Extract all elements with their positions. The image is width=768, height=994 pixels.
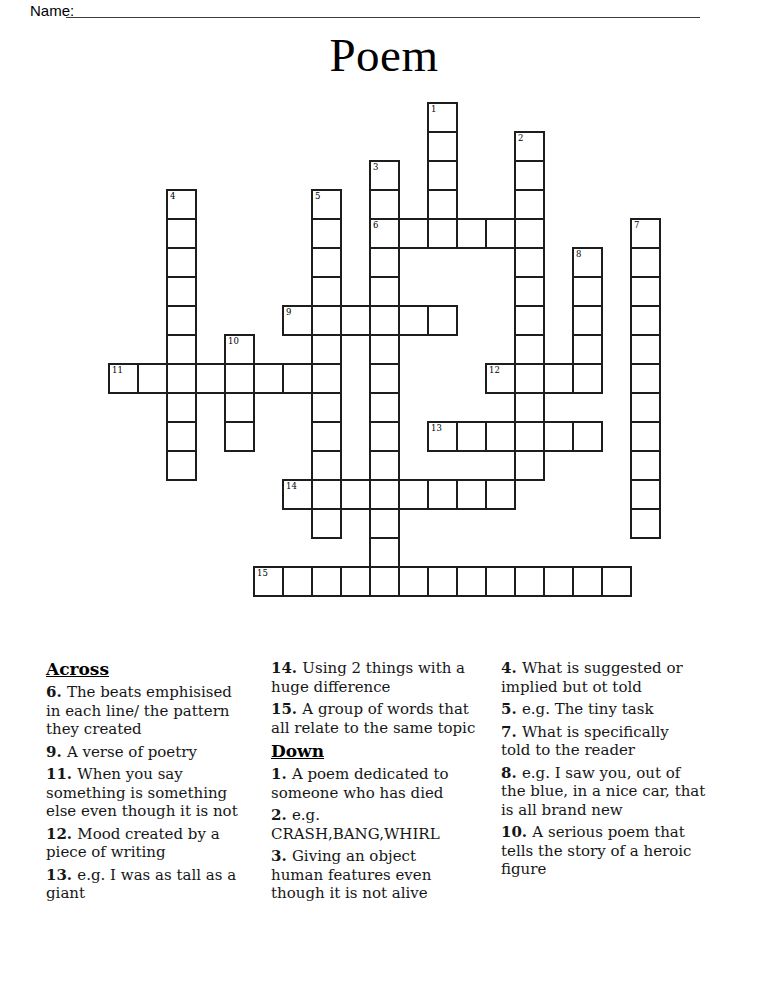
grid-cell-r12c14[interactable] [514,450,545,481]
grid-cell-r2c14[interactable] [514,160,545,191]
clue-down-8: 8. e.g. I saw you, out of the blue, in a… [501,764,741,820]
grid-cell-r4c14[interactable] [514,218,545,249]
grid-cell-r7c9[interactable] [369,305,400,336]
clue-number: 8. [501,764,522,782]
grid-cell-r4c11[interactable] [427,218,458,249]
grid-cell-r9c13[interactable]: 12 [485,363,516,394]
cell-number-1: 1 [431,104,436,114]
grid-cell-r5c7[interactable] [311,247,342,278]
grid-cell-r13c11[interactable] [427,479,458,510]
grid-cell-r5c14[interactable] [514,247,545,278]
clue-text: e.g. CRASH,BANG,WHIRL [271,806,440,843]
grid-cell-r11c16[interactable] [572,421,603,452]
grid-cell-r2c11[interactable] [427,160,458,191]
clue-column-2: 14. Using 2 things with a huge differenc… [271,659,499,907]
grid-cell-r7c10[interactable] [398,305,429,336]
clue-down-10: 10. A serious poem that tells the story … [501,823,741,879]
grid-cell-r13c13[interactable] [485,479,516,510]
grid-cell-r0c11[interactable]: 1 [427,102,458,133]
clue-number: 12. [46,825,77,843]
clue-across-14: 14. Using 2 things with a huge differenc… [271,659,499,696]
clue-down-5: 5. e.g. The tiny task [501,700,741,719]
cell-number-12: 12 [489,365,500,375]
clue-number: 6. [46,683,67,701]
grid-cell-r9c4[interactable] [224,363,255,394]
grid-cell-r13c7[interactable] [311,479,342,510]
grid-cell-r10c4[interactable] [224,392,255,423]
clue-text: e.g. I saw you, out of the blue, in a ni… [501,764,705,819]
clue-text: A group of words that all relate to the … [271,700,475,737]
grid-cell-r8c9[interactable] [369,334,400,365]
grid-cell-r5c9[interactable] [369,247,400,278]
grid-cell-r6c14[interactable] [514,276,545,307]
clue-text: A verse of poetry [67,743,197,761]
grid-cell-r12c2[interactable] [166,450,197,481]
cell-number-11: 11 [112,365,123,375]
grid-cell-r6c9[interactable] [369,276,400,307]
grid-cell-r7c11[interactable] [427,305,458,336]
grid-cell-r11c11[interactable]: 13 [427,421,458,452]
cell-number-5: 5 [315,191,320,201]
grid-cell-r5c2[interactable] [166,247,197,278]
grid-cell-r7c16[interactable] [572,305,603,336]
grid-cell-r6c18[interactable] [630,276,661,307]
grid-cell-r11c14[interactable] [514,421,545,452]
grid-cell-r12c7[interactable] [311,450,342,481]
clue-number: 2. [271,806,292,824]
cell-number-9: 9 [286,307,291,317]
grid-cell-r10c7[interactable] [311,392,342,423]
grid-cell-r10c14[interactable] [514,392,545,423]
clue-number: 10. [501,823,532,841]
clue-across-6: 6. The beats emphisised in each line/ th… [46,683,271,739]
grid-cell-r9c18[interactable] [630,363,661,394]
grid-cell-r13c10[interactable] [398,479,429,510]
grid-cell-r13c9[interactable] [369,479,400,510]
clue-text: What is suggested or implied but ot told [501,659,683,696]
grid-cell-r10c18[interactable] [630,392,661,423]
puzzle-title: Poem [0,28,768,82]
grid-cell-r9c9[interactable] [369,363,400,394]
grid-cell-r9c5[interactable] [253,363,284,394]
grid-cell-r16c17[interactable] [601,566,632,597]
grid-cell-r7c18[interactable] [630,305,661,336]
grid-cell-r11c9[interactable] [369,421,400,452]
grid-cell-r1c11[interactable] [427,131,458,162]
grid-cell-r11c15[interactable] [543,421,574,452]
grid-cell-r11c12[interactable] [456,421,487,452]
grid-cell-r6c7[interactable] [311,276,342,307]
grid-cell-r11c18[interactable] [630,421,661,452]
clue-across-9: 9. A verse of poetry [46,743,271,762]
clue-across-11: 11. When you say something is something … [46,765,271,821]
grid-cell-r11c13[interactable] [485,421,516,452]
grid-cell-r13c18[interactable] [630,479,661,510]
clue-across-15: 15. A group of words that all relate to … [271,700,499,737]
clue-text: Giving an object human features even tho… [271,847,431,902]
grid-cell-r13c6[interactable]: 14 [282,479,313,510]
grid-cell-r13c8[interactable] [340,479,371,510]
grid-cell-r4c12[interactable] [456,218,487,249]
grid-cell-r8c14[interactable] [514,334,545,365]
clue-number: 13. [46,866,77,884]
grid-cell-r7c7[interactable] [311,305,342,336]
grid-cell-r13c12[interactable] [456,479,487,510]
grid-cell-r12c9[interactable] [369,450,400,481]
clue-number: 7. [501,723,522,741]
grid-cell-r8c16[interactable] [572,334,603,365]
grid-cell-r3c2[interactable]: 4 [166,189,197,220]
grid-cell-r16c14[interactable] [514,566,545,597]
grid-cell-r16c5[interactable]: 15 [253,566,284,597]
grid-cell-r9c14[interactable] [514,363,545,394]
grid-cell-r4c9[interactable]: 6 [369,218,400,249]
grid-cell-r1c14[interactable]: 2 [514,131,545,162]
grid-cell-r8c18[interactable] [630,334,661,365]
grid-cell-r11c7[interactable] [311,421,342,452]
grid-cell-r9c3[interactable] [195,363,226,394]
grid-cell-r16c10[interactable] [398,566,429,597]
grid-cell-r4c10[interactable] [398,218,429,249]
cell-number-14: 14 [286,481,297,491]
clue-down-2: 2. e.g. CRASH,BANG,WHIRL [271,806,499,843]
clue-across-13: 13. e.g. I was as tall as a giant [46,866,271,903]
grid-cell-r16c9[interactable] [369,566,400,597]
grid-cell-r16c11[interactable] [427,566,458,597]
clue-text: A poem dedicated to someone who has died [271,765,449,802]
cell-number-3: 3 [373,162,378,172]
cell-number-10: 10 [228,336,239,346]
grid-cell-r11c2[interactable] [166,421,197,452]
grid-cell-r9c0[interactable]: 11 [108,363,139,394]
clue-number: 14. [271,659,302,677]
cell-number-2: 2 [518,133,523,143]
grid-cell-r9c15[interactable] [543,363,574,394]
clue-down-1: 1. A poem dedicated to someone who has d… [271,765,499,802]
cell-number-4: 4 [170,191,175,201]
grid-cell-r16c8[interactable] [340,566,371,597]
clue-number: 5. [501,700,522,718]
grid-cell-r2c9[interactable]: 3 [369,160,400,191]
clue-down-7: 7. What is specifically told to the read… [501,723,741,760]
grid-cell-r7c14[interactable] [514,305,545,336]
grid-cell-r14c18[interactable] [630,508,661,539]
grid-cell-r12c18[interactable] [630,450,661,481]
grid-cell-r3c7[interactable]: 5 [311,189,342,220]
cell-number-7: 7 [634,220,639,230]
clue-text: The beats emphisised in each line/ the p… [46,683,232,738]
grid-cell-r3c14[interactable] [514,189,545,220]
grid-cell-r3c9[interactable] [369,189,400,220]
grid-cell-r8c7[interactable] [311,334,342,365]
worksheet-page: Name: Poem 123456789101112131415 Across6… [0,0,768,994]
grid-cell-r8c4[interactable]: 10 [224,334,255,365]
grid-cell-r16c6[interactable] [282,566,313,597]
grid-cell-r14c9[interactable] [369,508,400,539]
clue-column-3: 4. What is suggested or implied but ot t… [501,659,741,883]
grid-cell-r5c16[interactable]: 8 [572,247,603,278]
grid-cell-r7c6[interactable]: 9 [282,305,313,336]
grid-cell-r16c7[interactable] [311,566,342,597]
grid-cell-r9c7[interactable] [311,363,342,394]
clue-text: What is specifically told to the reader [501,723,669,760]
cell-number-6: 6 [373,220,378,230]
grid-cell-r16c16[interactable] [572,566,603,597]
grid-cell-r9c6[interactable] [282,363,313,394]
grid-cell-r11c4[interactable] [224,421,255,452]
clue-number: 1. [271,765,292,783]
grid-cell-r9c2[interactable] [166,363,197,394]
grid-cell-r15c9[interactable] [369,537,400,568]
grid-cell-r3c11[interactable] [427,189,458,220]
grid-cell-r16c13[interactable] [485,566,516,597]
grid-cell-r16c12[interactable] [456,566,487,597]
grid-cell-r16c15[interactable] [543,566,574,597]
name-input-line[interactable] [66,17,700,18]
crossword-grid: 123456789101112131415 [108,102,659,595]
grid-cell-r10c2[interactable] [166,392,197,423]
grid-cell-r6c2[interactable] [166,276,197,307]
cell-number-15: 15 [257,568,268,578]
clue-column-1: Across6. The beats emphisised in each li… [46,659,271,907]
grid-cell-r8c2[interactable] [166,334,197,365]
grid-cell-r4c13[interactable] [485,218,516,249]
grid-cell-r10c9[interactable] [369,392,400,423]
clue-across-12: 12. Mood created by a piece of writing [46,825,271,862]
clue-number: 15. [271,700,302,718]
clue-number: 4. [501,659,522,677]
clue-number: 3. [271,847,292,865]
clue-number: 9. [46,743,67,761]
clue-down-3: 3. Giving an object human features even … [271,847,499,903]
grid-cell-r7c8[interactable] [340,305,371,336]
cell-number-13: 13 [431,423,442,433]
grid-cell-r4c2[interactable] [166,218,197,249]
grid-cell-r4c18[interactable]: 7 [630,218,661,249]
grid-cell-r9c16[interactable] [572,363,603,394]
cell-number-8: 8 [576,249,581,259]
grid-cell-r7c2[interactable] [166,305,197,336]
grid-cell-r4c7[interactable] [311,218,342,249]
grid-cell-r6c16[interactable] [572,276,603,307]
clue-down-4: 4. What is suggested or implied but ot t… [501,659,741,696]
across-heading: Across [46,659,271,679]
grid-cell-r5c18[interactable] [630,247,661,278]
down-heading: Down [271,741,499,761]
grid-cell-r9c1[interactable] [137,363,168,394]
grid-cell-r14c7[interactable] [311,508,342,539]
clue-text: e.g. The tiny task [522,700,654,718]
clue-number: 11. [46,765,77,783]
